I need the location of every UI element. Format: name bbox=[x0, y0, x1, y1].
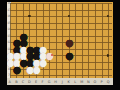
grid-line-vertical bbox=[88, 3, 89, 78]
grid-line-horizontal bbox=[10, 10, 113, 11]
column-label: E bbox=[35, 80, 37, 84]
letterbox-bar-bottom bbox=[0, 85, 120, 90]
letterbox-bar-left bbox=[0, 0, 7, 90]
letterbox-bar-right bbox=[113, 0, 120, 90]
row-label: 14 bbox=[7, 28, 11, 31]
white-stone: ● bbox=[33, 65, 40, 72]
grid-line-vertical bbox=[62, 3, 63, 78]
screenshot-root: 181716151413121110987ABCDEFGHJKLMNOPQ●●●… bbox=[0, 0, 120, 90]
row-label: 7 bbox=[7, 74, 11, 77]
column-label: H bbox=[54, 80, 57, 84]
row-label: 17 bbox=[7, 8, 11, 11]
grid-line-vertical bbox=[49, 3, 50, 78]
grid-line-vertical bbox=[95, 3, 96, 78]
column-label: Q bbox=[107, 80, 110, 84]
row-label: 13 bbox=[7, 34, 11, 37]
column-label: B bbox=[15, 80, 17, 84]
grid-line-horizontal bbox=[10, 23, 113, 24]
black-stone: ● bbox=[65, 52, 72, 59]
column-label: C bbox=[22, 80, 24, 84]
grid-line-horizontal bbox=[10, 75, 113, 76]
row-label: 16 bbox=[7, 15, 11, 18]
column-label: F bbox=[42, 80, 44, 84]
column-label: K bbox=[68, 80, 70, 84]
grid-line-vertical bbox=[75, 3, 76, 78]
row-label: 12 bbox=[7, 41, 11, 44]
column-label: P bbox=[100, 80, 102, 84]
black-stone: ● bbox=[65, 39, 72, 46]
letterbox-bar-top bbox=[0, 0, 120, 2]
grid-line-horizontal bbox=[10, 16, 113, 17]
column-label: M bbox=[80, 80, 83, 84]
column-label: J bbox=[62, 80, 63, 84]
row-label: 8 bbox=[7, 67, 11, 70]
column-label: N bbox=[87, 80, 90, 84]
column-label: A bbox=[9, 80, 11, 84]
row-label: 15 bbox=[7, 21, 11, 24]
column-label: D bbox=[28, 80, 31, 84]
grid-line-vertical bbox=[56, 3, 57, 78]
column-label: O bbox=[94, 80, 97, 84]
grid-line-horizontal bbox=[10, 3, 113, 4]
column-label: G bbox=[48, 80, 51, 84]
grid-line-vertical bbox=[102, 3, 103, 78]
column-label: L bbox=[74, 80, 76, 84]
last-move-marker bbox=[51, 54, 53, 56]
black-stone: ● bbox=[13, 65, 20, 72]
grid-line-vertical bbox=[82, 3, 83, 78]
